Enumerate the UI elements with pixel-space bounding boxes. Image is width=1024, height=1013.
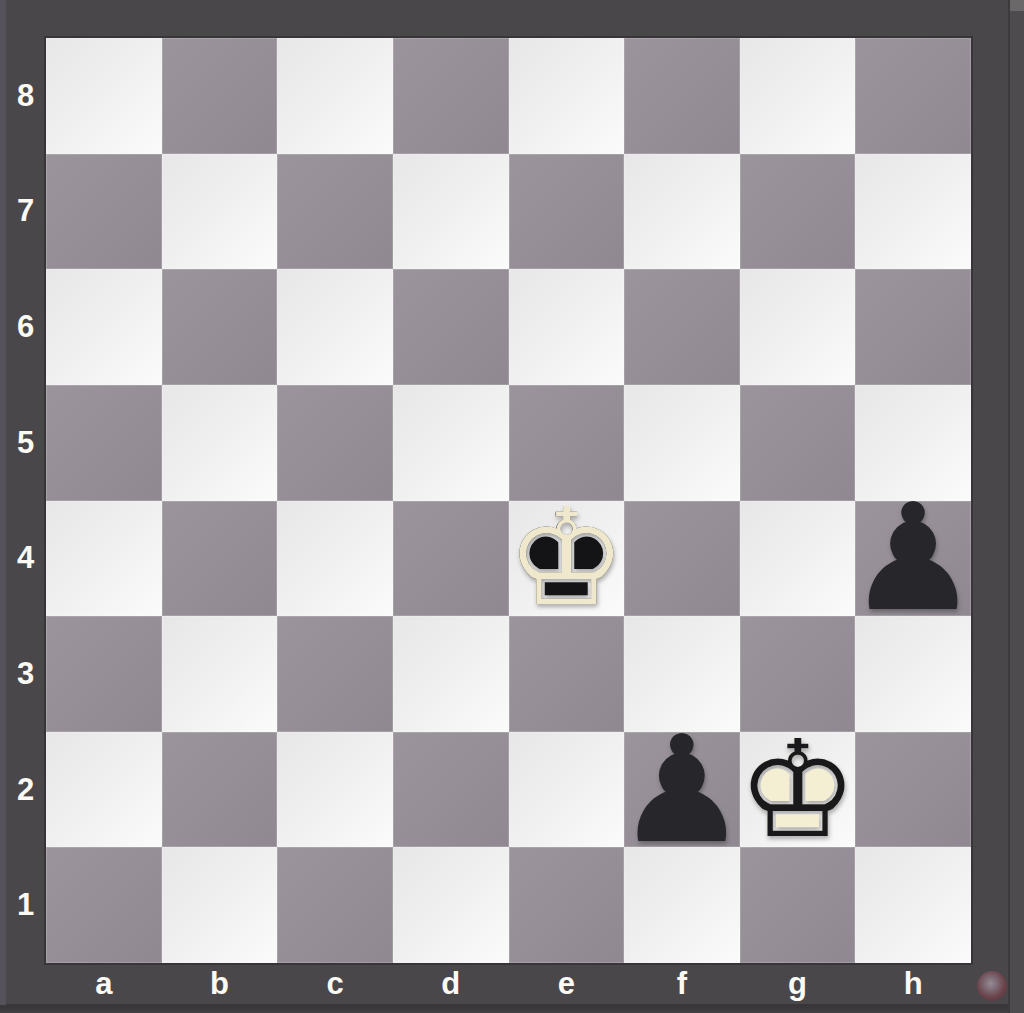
- piece-black-king-e4[interactable]: ♚♔: [509, 501, 625, 617]
- square-a1[interactable]: [46, 847, 162, 963]
- square-d8[interactable]: [393, 38, 509, 154]
- square-c1[interactable]: [277, 847, 393, 963]
- file-label-e: e: [509, 963, 625, 1005]
- square-g3[interactable]: [740, 616, 856, 732]
- rank-label-3: 3: [0, 616, 46, 732]
- file-label-b: b: [162, 963, 278, 1005]
- white-king-glyph: ♚: [737, 723, 857, 857]
- square-a8[interactable]: [46, 38, 162, 154]
- square-d6[interactable]: [393, 269, 509, 385]
- square-h4[interactable]: ♟: [855, 501, 971, 617]
- file-label-g: g: [740, 963, 856, 1005]
- file-label-h: h: [855, 963, 971, 1005]
- square-d1[interactable]: [393, 847, 509, 963]
- white-king-outline-glyph: ♔: [737, 723, 857, 857]
- square-e3[interactable]: [509, 616, 625, 732]
- square-e8[interactable]: [509, 38, 625, 154]
- square-e2[interactable]: [509, 732, 625, 848]
- square-g6[interactable]: [740, 269, 856, 385]
- square-b4[interactable]: [162, 501, 278, 617]
- bottom-shadow: [0, 1004, 1010, 1013]
- chessboard-widget: 8 7 6 5 4 3 2 1 ♚♔♟♟♚♔ a b c d e f g h: [0, 0, 1024, 1013]
- square-f1[interactable]: [624, 847, 740, 963]
- square-d2[interactable]: [393, 732, 509, 848]
- square-c3[interactable]: [277, 616, 393, 732]
- square-b7[interactable]: [162, 154, 278, 270]
- square-c7[interactable]: [277, 154, 393, 270]
- square-f2[interactable]: ♟: [624, 732, 740, 848]
- square-e7[interactable]: [509, 154, 625, 270]
- square-a2[interactable]: [46, 732, 162, 848]
- square-e4[interactable]: ♚♔: [509, 501, 625, 617]
- square-a5[interactable]: [46, 385, 162, 501]
- rank-label-6: 6: [0, 269, 46, 385]
- black-pawn-glyph: ♟: [616, 716, 749, 864]
- file-label-c: c: [277, 963, 393, 1005]
- square-b1[interactable]: [162, 847, 278, 963]
- square-b8[interactable]: [162, 38, 278, 154]
- square-f3[interactable]: [624, 616, 740, 732]
- rank-label-7: 7: [0, 154, 46, 270]
- piece-white-king-g2[interactable]: ♚♔: [740, 732, 856, 848]
- rank-label-5: 5: [0, 385, 46, 501]
- square-b6[interactable]: [162, 269, 278, 385]
- square-g2[interactable]: ♚♔: [740, 732, 856, 848]
- square-f7[interactable]: [624, 154, 740, 270]
- rank-coordinates: 8 7 6 5 4 3 2 1: [0, 38, 46, 963]
- rank-label-8: 8: [0, 38, 46, 154]
- black-king-glyph: ♚: [506, 491, 626, 625]
- square-b2[interactable]: [162, 732, 278, 848]
- piece-black-pawn-f2[interactable]: ♟: [624, 732, 740, 848]
- square-d7[interactable]: [393, 154, 509, 270]
- rank-label-4: 4: [0, 501, 46, 617]
- square-h1[interactable]: [855, 847, 971, 963]
- right-edge-cap: [1010, 0, 1024, 11]
- square-c8[interactable]: [277, 38, 393, 154]
- square-h8[interactable]: [855, 38, 971, 154]
- file-coordinates: a b c d e f g h: [46, 963, 971, 1005]
- square-e5[interactable]: [509, 385, 625, 501]
- file-label-d: d: [393, 963, 509, 1005]
- file-label-f: f: [624, 963, 740, 1005]
- square-c5[interactable]: [277, 385, 393, 501]
- square-e1[interactable]: [509, 847, 625, 963]
- square-b5[interactable]: [162, 385, 278, 501]
- square-h7[interactable]: [855, 154, 971, 270]
- square-h3[interactable]: [855, 616, 971, 732]
- corner-button[interactable]: [977, 971, 1007, 1001]
- right-edge-strip: [1008, 0, 1024, 1013]
- square-f4[interactable]: [624, 501, 740, 617]
- square-g5[interactable]: [740, 385, 856, 501]
- square-a3[interactable]: [46, 616, 162, 732]
- square-h2[interactable]: [855, 732, 971, 848]
- rank-label-2: 2: [0, 732, 46, 848]
- square-g4[interactable]: [740, 501, 856, 617]
- square-d3[interactable]: [393, 616, 509, 732]
- file-label-a: a: [46, 963, 162, 1005]
- square-g8[interactable]: [740, 38, 856, 154]
- square-c4[interactable]: [277, 501, 393, 617]
- square-h5[interactable]: [855, 385, 971, 501]
- square-a6[interactable]: [46, 269, 162, 385]
- left-edge-strip: [0, 0, 6, 1005]
- square-g1[interactable]: [740, 847, 856, 963]
- chess-board: ♚♔♟♟♚♔: [46, 38, 971, 963]
- piece-black-pawn-h4[interactable]: ♟: [855, 501, 971, 617]
- square-d4[interactable]: [393, 501, 509, 617]
- square-a4[interactable]: [46, 501, 162, 617]
- square-f8[interactable]: [624, 38, 740, 154]
- square-d5[interactable]: [393, 385, 509, 501]
- square-c6[interactable]: [277, 269, 393, 385]
- black-king-outline-glyph: ♔: [506, 491, 626, 625]
- rank-label-1: 1: [0, 847, 46, 963]
- square-h6[interactable]: [855, 269, 971, 385]
- black-pawn-glyph: ♟: [847, 484, 980, 632]
- square-e6[interactable]: [509, 269, 625, 385]
- square-g7[interactable]: [740, 154, 856, 270]
- square-f6[interactable]: [624, 269, 740, 385]
- square-f5[interactable]: [624, 385, 740, 501]
- square-c2[interactable]: [277, 732, 393, 848]
- square-a7[interactable]: [46, 154, 162, 270]
- square-b3[interactable]: [162, 616, 278, 732]
